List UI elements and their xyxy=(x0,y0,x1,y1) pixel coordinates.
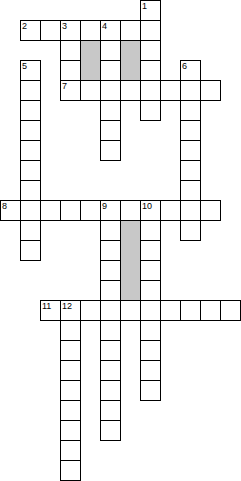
cell-r10c2[interactable] xyxy=(40,200,61,221)
cell-r18c3[interactable] xyxy=(60,360,81,381)
cell-r8c1[interactable] xyxy=(20,160,41,181)
shaded-cell-r2c6[interactable] xyxy=(120,40,141,81)
cell-r17c3[interactable] xyxy=(60,340,81,361)
cell-r22c3[interactable] xyxy=(60,440,81,461)
cell-r6c5[interactable] xyxy=(100,120,121,141)
cell-r21c3[interactable] xyxy=(60,420,81,441)
cell-r15c6[interactable] xyxy=(120,300,141,321)
cell-r20c3[interactable] xyxy=(60,400,81,421)
cell-r0c7[interactable] xyxy=(140,0,161,21)
cell-r10c8[interactable] xyxy=(160,200,181,221)
cell-r14c7[interactable] xyxy=(140,280,161,301)
cell-r1c3[interactable] xyxy=(60,20,81,41)
cell-r19c3[interactable] xyxy=(60,380,81,401)
cell-r15c9[interactable] xyxy=(180,300,201,321)
shaded-cell-r2c4[interactable] xyxy=(80,40,101,81)
cell-r19c7[interactable] xyxy=(140,380,161,401)
shaded-cell-r11c6[interactable] xyxy=(120,220,141,301)
cell-r15c2[interactable] xyxy=(40,300,61,321)
cell-r10c0[interactable] xyxy=(0,200,21,221)
cell-r3c5[interactable] xyxy=(100,60,121,81)
cell-r14c5[interactable] xyxy=(100,280,121,301)
cell-r1c1[interactable] xyxy=(20,20,41,41)
cell-r4c9[interactable] xyxy=(180,80,201,101)
cell-r13c7[interactable] xyxy=(140,260,161,281)
cell-r13c5[interactable] xyxy=(100,260,121,281)
cell-r15c5[interactable] xyxy=(100,300,121,321)
cell-r15c8[interactable] xyxy=(160,300,181,321)
cell-r15c7[interactable] xyxy=(140,300,161,321)
cell-r12c7[interactable] xyxy=(140,240,161,261)
cell-r4c7[interactable] xyxy=(140,80,161,101)
cell-r4c6[interactable] xyxy=(120,80,141,101)
cell-r19c5[interactable] xyxy=(100,380,121,401)
cell-r17c5[interactable] xyxy=(100,340,121,361)
cell-r10c7[interactable] xyxy=(140,200,161,221)
cell-r9c1[interactable] xyxy=(20,180,41,201)
cell-r18c7[interactable] xyxy=(140,360,161,381)
cell-r3c1[interactable] xyxy=(20,60,41,81)
crossword-grid: 123456789101112 xyxy=(0,0,241,481)
cell-r10c9[interactable] xyxy=(180,200,201,221)
cell-r6c1[interactable] xyxy=(20,120,41,141)
cell-r20c5[interactable] xyxy=(100,400,121,421)
cell-r10c4[interactable] xyxy=(80,200,101,221)
cell-r1c5[interactable] xyxy=(100,20,121,41)
cell-r15c10[interactable] xyxy=(200,300,221,321)
cell-r4c8[interactable] xyxy=(160,80,181,101)
cell-r11c9[interactable] xyxy=(180,220,201,241)
cell-r9c9[interactable] xyxy=(180,180,201,201)
cell-r15c11[interactable] xyxy=(220,300,241,321)
cell-r21c5[interactable] xyxy=(100,420,121,441)
cell-r11c1[interactable] xyxy=(20,220,41,241)
cell-r7c5[interactable] xyxy=(100,140,121,161)
cell-r17c7[interactable] xyxy=(140,340,161,361)
cell-r12c1[interactable] xyxy=(20,240,41,261)
cell-r7c9[interactable] xyxy=(180,140,201,161)
cell-r4c3[interactable] xyxy=(60,80,81,101)
cell-r1c7[interactable] xyxy=(140,20,161,41)
cell-r6c9[interactable] xyxy=(180,120,201,141)
cell-r15c3[interactable] xyxy=(60,300,81,321)
cell-r10c5[interactable] xyxy=(100,200,121,221)
cell-r3c7[interactable] xyxy=(140,60,161,81)
cell-r11c7[interactable] xyxy=(140,220,161,241)
cell-r10c3[interactable] xyxy=(60,200,81,221)
cell-r3c9[interactable] xyxy=(180,60,201,81)
cell-r2c3[interactable] xyxy=(60,40,81,61)
cell-r5c1[interactable] xyxy=(20,100,41,121)
cell-r12c5[interactable] xyxy=(100,240,121,261)
cell-r4c4[interactable] xyxy=(80,80,101,101)
cell-r16c3[interactable] xyxy=(60,320,81,341)
cell-r7c1[interactable] xyxy=(20,140,41,161)
cell-r4c5[interactable] xyxy=(100,80,121,101)
cell-r2c5[interactable] xyxy=(100,40,121,61)
cell-r2c7[interactable] xyxy=(140,40,161,61)
cell-r1c6[interactable] xyxy=(120,20,141,41)
cell-r18c5[interactable] xyxy=(100,360,121,381)
cell-r1c4[interactable] xyxy=(80,20,101,41)
cell-r16c7[interactable] xyxy=(140,320,161,341)
cell-r16c5[interactable] xyxy=(100,320,121,341)
cell-r10c10[interactable] xyxy=(200,200,221,221)
cell-r5c7[interactable] xyxy=(140,100,161,121)
cell-r5c9[interactable] xyxy=(180,100,201,121)
cell-r1c2[interactable] xyxy=(40,20,61,41)
cell-r23c3[interactable] xyxy=(60,460,81,481)
cell-r15c4[interactable] xyxy=(80,300,101,321)
cell-r4c1[interactable] xyxy=(20,80,41,101)
cell-r11c5[interactable] xyxy=(100,220,121,241)
cell-r3c3[interactable] xyxy=(60,60,81,81)
cell-r5c5[interactable] xyxy=(100,100,121,121)
cell-r10c6[interactable] xyxy=(120,200,141,221)
cell-r8c9[interactable] xyxy=(180,160,201,181)
cell-r4c10[interactable] xyxy=(200,80,221,101)
cell-r10c1[interactable] xyxy=(20,200,41,221)
